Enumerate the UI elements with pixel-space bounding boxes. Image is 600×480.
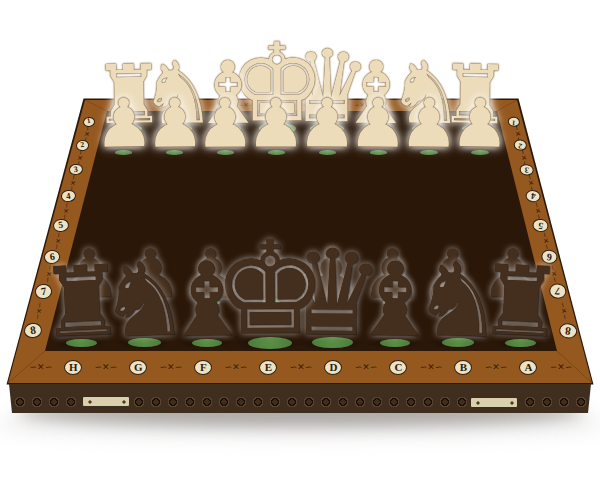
white-pawn-d2[interactable]: ♟: [297, 91, 357, 158]
pieces-layer: ♜♞♝♛♚♝♞♜♟♟♟♟♟♟♟♟♟♟♟♟♟♟♟♟♜♞♝♛♚♝♞♜: [0, 0, 600, 480]
white-pawn-e2[interactable]: ♟: [246, 91, 306, 158]
black-rook-h8[interactable]: ♜: [37, 253, 127, 353]
white-pawn-h2[interactable]: ♟: [93, 90, 154, 158]
chess-set-photo: HGFEDCBA∽✕∽∽✕∽∽✕∽∽✕∽∽✕∽∽✕∽∽✕∽∽✕∽∽✕∽11∽✕∽…: [0, 0, 600, 480]
